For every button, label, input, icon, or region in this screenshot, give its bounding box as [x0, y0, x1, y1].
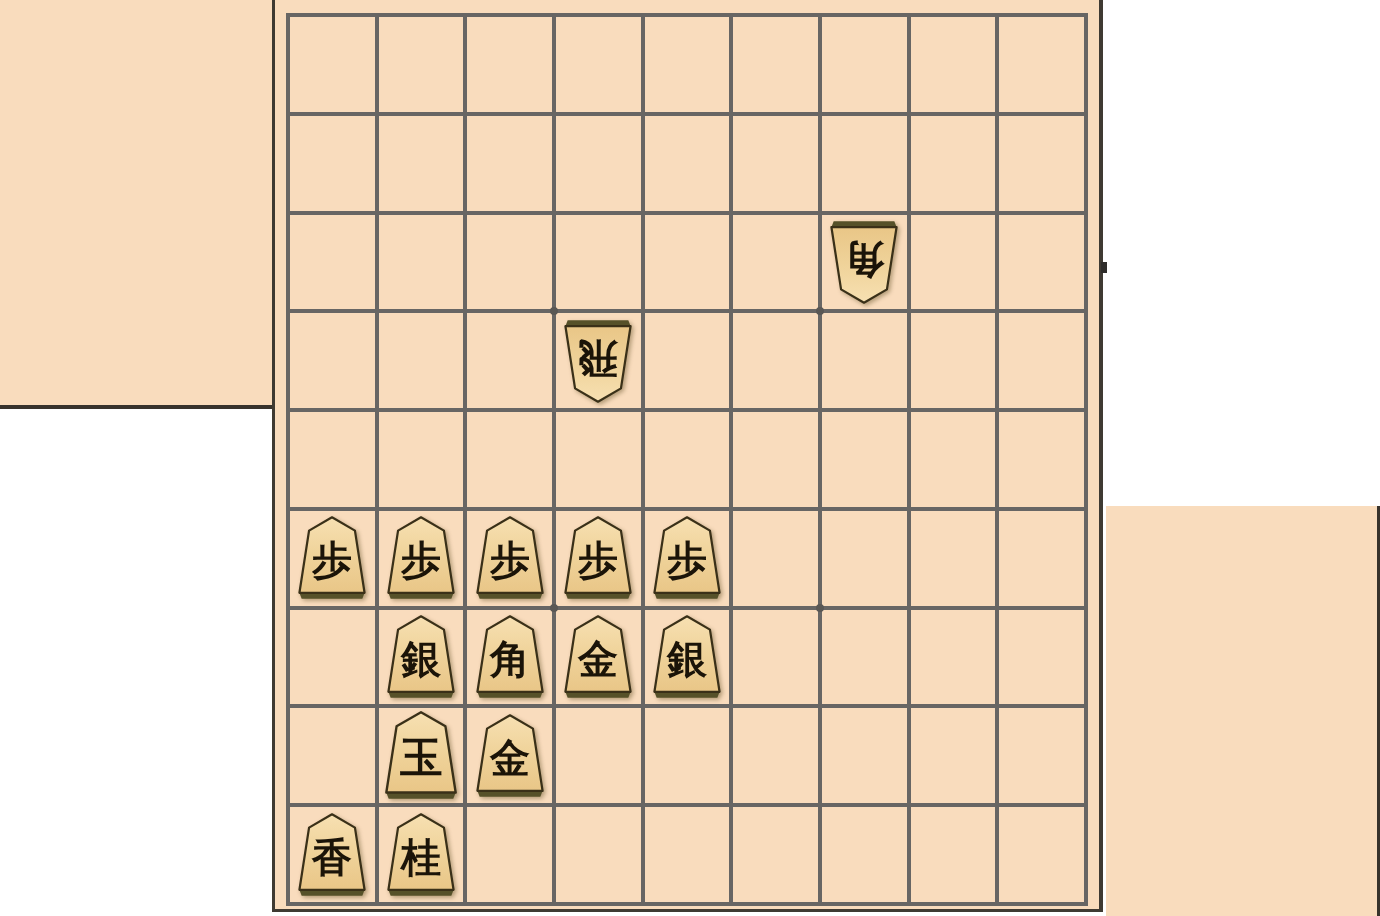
square-1h[interactable]: [999, 708, 1084, 803]
sente-silver-piece[interactable]: 銀: [650, 613, 724, 701]
square-6h[interactable]: [556, 708, 641, 803]
square-9e[interactable]: [290, 412, 375, 507]
square-4c[interactable]: [733, 215, 818, 310]
square-5c[interactable]: [645, 215, 730, 310]
sente-pawn-piece[interactable]: 歩: [561, 514, 635, 602]
square-6g[interactable]: 金: [556, 610, 641, 705]
svg-text:歩: 歩: [311, 537, 352, 583]
svg-text:歩: 歩: [489, 537, 530, 583]
shogi-board: 角飛歩歩歩歩歩銀角金銀玉金香桂: [272, 0, 1103, 912]
gote-rook-piece[interactable]: 飛: [561, 317, 635, 405]
star-point: [550, 604, 558, 612]
star-point: [550, 307, 558, 315]
square-5i[interactable]: [645, 807, 730, 902]
square-3f[interactable]: [822, 511, 907, 606]
gote-bishop-piece[interactable]: 角: [827, 218, 901, 306]
svg-text:銀: 銀: [400, 636, 442, 682]
square-6e[interactable]: [556, 412, 641, 507]
square-4b[interactable]: [733, 116, 818, 211]
svg-text:金: 金: [489, 734, 530, 780]
rank-3-edge-marker: [1101, 262, 1107, 273]
svg-text:歩: 歩: [400, 537, 441, 583]
square-4f[interactable]: [733, 511, 818, 606]
square-8i[interactable]: 桂: [379, 807, 464, 902]
square-9i[interactable]: 香: [290, 807, 375, 902]
square-1i[interactable]: [999, 807, 1084, 902]
square-7i[interactable]: [467, 807, 552, 902]
square-3b[interactable]: [822, 116, 907, 211]
gote-captured-stand[interactable]: [0, 0, 272, 409]
square-4e[interactable]: [733, 412, 818, 507]
square-5a[interactable]: [645, 17, 730, 112]
sente-lance-piece[interactable]: 香: [295, 811, 369, 899]
square-9f[interactable]: 歩: [290, 511, 375, 606]
square-7h[interactable]: 金: [467, 708, 552, 803]
square-9a[interactable]: [290, 17, 375, 112]
square-2d[interactable]: [911, 313, 996, 408]
square-3c[interactable]: 角: [822, 215, 907, 310]
svg-text:歩: 歩: [666, 537, 707, 583]
sente-knight-piece[interactable]: 桂: [384, 811, 458, 899]
square-4h[interactable]: [733, 708, 818, 803]
svg-text:角: 角: [489, 636, 530, 682]
square-7a[interactable]: [467, 17, 552, 112]
square-7d[interactable]: [467, 313, 552, 408]
square-4a[interactable]: [733, 17, 818, 112]
square-1c[interactable]: [999, 215, 1084, 310]
svg-text:角: 角: [844, 237, 885, 283]
sente-gold-piece[interactable]: 金: [561, 613, 635, 701]
square-5d[interactable]: [645, 313, 730, 408]
svg-text:歩: 歩: [577, 537, 618, 583]
square-5e[interactable]: [645, 412, 730, 507]
square-1e[interactable]: [999, 412, 1084, 507]
square-9g[interactable]: [290, 610, 375, 705]
square-7b[interactable]: [467, 116, 552, 211]
square-6i[interactable]: [556, 807, 641, 902]
board-grid: 角飛歩歩歩歩歩銀角金銀玉金香桂: [286, 13, 1088, 906]
svg-text:香: 香: [311, 833, 352, 879]
square-7c[interactable]: [467, 215, 552, 310]
square-6d[interactable]: 飛: [556, 313, 641, 408]
star-point: [816, 307, 824, 315]
star-point: [816, 604, 824, 612]
square-6c[interactable]: [556, 215, 641, 310]
square-6b[interactable]: [556, 116, 641, 211]
square-1a[interactable]: [999, 17, 1084, 112]
sente-pawn-piece[interactable]: 歩: [473, 514, 547, 602]
square-5b[interactable]: [645, 116, 730, 211]
square-9b[interactable]: [290, 116, 375, 211]
square-8a[interactable]: [379, 17, 464, 112]
sente-pawn-piece[interactable]: 歩: [650, 514, 724, 602]
square-6f[interactable]: 歩: [556, 511, 641, 606]
square-4i[interactable]: [733, 807, 818, 902]
square-5f[interactable]: 歩: [645, 511, 730, 606]
square-6a[interactable]: [556, 17, 641, 112]
square-8c[interactable]: [379, 215, 464, 310]
square-7f[interactable]: 歩: [467, 511, 552, 606]
sente-silver-piece[interactable]: 銀: [384, 613, 458, 701]
square-4d[interactable]: [733, 313, 818, 408]
square-8e[interactable]: [379, 412, 464, 507]
svg-text:桂: 桂: [399, 833, 441, 879]
square-8b[interactable]: [379, 116, 464, 211]
svg-text:銀: 銀: [666, 636, 708, 682]
square-2a[interactable]: [911, 17, 996, 112]
square-9d[interactable]: [290, 313, 375, 408]
square-3e[interactable]: [822, 412, 907, 507]
svg-text:飛: 飛: [578, 336, 619, 382]
square-5h[interactable]: [645, 708, 730, 803]
square-9h[interactable]: [290, 708, 375, 803]
square-3d[interactable]: [822, 313, 907, 408]
square-2b[interactable]: [911, 116, 996, 211]
square-4g[interactable]: [733, 610, 818, 705]
square-3h[interactable]: [822, 708, 907, 803]
square-1d[interactable]: [999, 313, 1084, 408]
svg-text:玉: 玉: [400, 733, 443, 782]
square-3i[interactable]: [822, 807, 907, 902]
sente-pawn-piece[interactable]: 歩: [384, 514, 458, 602]
square-1b[interactable]: [999, 116, 1084, 211]
square-3g[interactable]: [822, 610, 907, 705]
sente-bishop-piece[interactable]: 角: [473, 613, 547, 701]
sente-pawn-piece[interactable]: 歩: [295, 514, 369, 602]
square-8d[interactable]: [379, 313, 464, 408]
square-2h[interactable]: [911, 708, 996, 803]
square-2c[interactable]: [911, 215, 996, 310]
square-7e[interactable]: [467, 412, 552, 507]
square-2g[interactable]: [911, 610, 996, 705]
square-1g[interactable]: [999, 610, 1084, 705]
square-2e[interactable]: [911, 412, 996, 507]
square-3a[interactable]: [822, 17, 907, 112]
square-5g[interactable]: 銀: [645, 610, 730, 705]
square-8f[interactable]: 歩: [379, 511, 464, 606]
sente-captured-stand[interactable]: [1106, 506, 1380, 916]
square-8h[interactable]: 玉: [379, 708, 464, 803]
sente-king-piece[interactable]: 玉: [381, 709, 461, 802]
square-7g[interactable]: 角: [467, 610, 552, 705]
sente-gold-piece[interactable]: 金: [473, 712, 547, 800]
square-2i[interactable]: [911, 807, 996, 902]
svg-text:金: 金: [577, 636, 618, 682]
square-8g[interactable]: 銀: [379, 610, 464, 705]
square-1f[interactable]: [999, 511, 1084, 606]
square-2f[interactable]: [911, 511, 996, 606]
square-9c[interactable]: [290, 215, 375, 310]
